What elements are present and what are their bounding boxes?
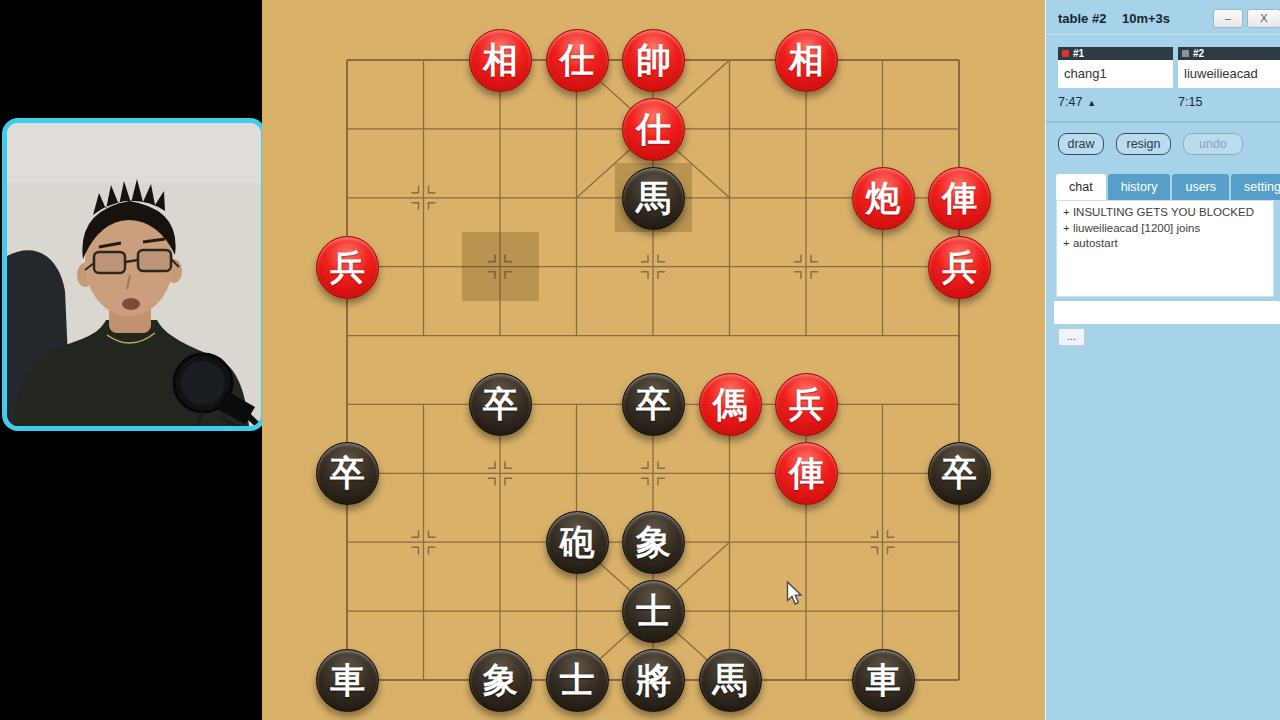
piece-black-卒[interactable]: 卒 — [469, 373, 532, 436]
piece-black-象[interactable]: 象 — [469, 649, 532, 712]
piece-black-砲[interactable]: 砲 — [546, 511, 609, 574]
mouse-cursor — [786, 581, 804, 607]
piece-red-俥[interactable]: 俥 — [775, 442, 838, 505]
panel-separator — [1046, 121, 1280, 123]
time-control: 10m+3s — [1122, 11, 1170, 26]
piece-black-象[interactable]: 象 — [622, 511, 685, 574]
piece-red-仕[interactable]: 仕 — [546, 29, 609, 92]
piece-black-卒[interactable]: 卒 — [622, 373, 685, 436]
piece-red-仕[interactable]: 仕 — [622, 98, 685, 161]
player-1-name: chang1 — [1058, 60, 1173, 88]
table-title: table #2 — [1058, 11, 1106, 26]
piece-red-俥[interactable]: 俥 — [928, 167, 991, 230]
piece-black-士[interactable]: 士 — [622, 580, 685, 643]
glasses — [94, 252, 125, 273]
turn-indicator-icon: ▲ — [1087, 98, 1096, 108]
player-2-color-square — [1182, 50, 1189, 57]
player-1-seat: #1 — [1073, 48, 1084, 59]
piece-red-帥[interactable]: 帥 — [622, 29, 685, 92]
piece-black-卒[interactable]: 卒 — [316, 442, 379, 505]
chat-message-area: + INSULTING GETS YOU BLOCKED + liuweilie… — [1056, 200, 1274, 297]
panel-tabs: chat history users settings — [1056, 174, 1280, 200]
more-options-button[interactable]: ... — [1058, 328, 1085, 346]
webcam-video — [7, 123, 261, 426]
piece-red-傌[interactable]: 傌 — [699, 373, 762, 436]
piece-black-卒[interactable]: 卒 — [928, 442, 991, 505]
webcam-frame — [2, 118, 266, 431]
player-1-header: #1 — [1058, 47, 1173, 60]
piece-red-兵[interactable]: 兵 — [775, 373, 838, 436]
chat-message: + autostart — [1063, 236, 1267, 252]
chat-input[interactable] — [1054, 301, 1280, 324]
piece-black-馬[interactable]: 馬 — [699, 649, 762, 712]
piece-black-車[interactable]: 車 — [316, 649, 379, 712]
xiangqi-board[interactable]: 相仕帥相仕馬炮俥兵兵卒卒傌兵卒俥卒砲象士車象士將馬車 — [262, 0, 1045, 720]
tab-chat[interactable]: chat — [1056, 174, 1106, 200]
resign-button[interactable]: resign — [1116, 133, 1171, 155]
draw-button[interactable]: draw — [1058, 133, 1104, 155]
player-card-1: #1 chang1 — [1058, 47, 1173, 88]
piece-red-相[interactable]: 相 — [775, 29, 838, 92]
piece-red-兵[interactable]: 兵 — [928, 236, 991, 299]
piece-black-馬[interactable]: 馬 — [622, 167, 685, 230]
undo-button-disabled[interactable]: undo — [1183, 133, 1243, 155]
piece-red-兵[interactable]: 兵 — [316, 236, 379, 299]
tab-history[interactable]: history — [1108, 174, 1171, 200]
tab-users[interactable]: users — [1172, 174, 1229, 200]
player-2-clock: 7:15 — [1178, 95, 1202, 109]
piece-red-相[interactable]: 相 — [469, 29, 532, 92]
piece-red-炮[interactable]: 炮 — [852, 167, 915, 230]
player-1-clock: 7:47▲ — [1058, 95, 1096, 109]
close-button[interactable]: X — [1247, 9, 1280, 28]
panel-titlebar: table #2 10m+3s – X — [1046, 0, 1280, 35]
piece-black-士[interactable]: 士 — [546, 649, 609, 712]
player-1-color-square — [1062, 50, 1069, 57]
chat-message: + INSULTING GETS YOU BLOCKED — [1063, 205, 1267, 221]
piece-black-將[interactable]: 將 — [622, 649, 685, 712]
player-2-name: liuweilieacad — [1178, 60, 1280, 88]
game-panel: table #2 10m+3s – X #1 chang1 #2 liuweil… — [1045, 0, 1280, 720]
player-card-2: #2 liuweilieacad — [1178, 47, 1280, 88]
last-move-highlight — [462, 232, 539, 301]
chat-message: + liuweilieacad [1200] joins — [1063, 221, 1267, 237]
minimize-button[interactable]: – — [1213, 9, 1243, 28]
player-2-header: #2 — [1178, 47, 1280, 60]
piece-black-車[interactable]: 車 — [852, 649, 915, 712]
person-mouth — [122, 298, 140, 310]
player-2-seat: #2 — [1193, 48, 1204, 59]
tab-settings[interactable]: settings — [1231, 174, 1280, 200]
